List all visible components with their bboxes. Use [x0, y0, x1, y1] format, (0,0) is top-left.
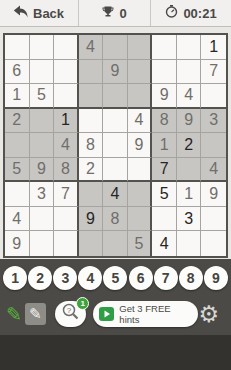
cell-r5c8[interactable]: 2 [177, 133, 202, 158]
cell-r2c1[interactable]: 6 [5, 60, 30, 85]
cell-r8c7[interactable] [152, 207, 177, 232]
cell-r4c4[interactable] [79, 109, 104, 134]
cell-r7c6[interactable] [128, 182, 153, 207]
numpad-button-1[interactable]: 1 [3, 266, 27, 290]
pen-tool-icon[interactable]: ✎ [6, 305, 22, 324]
cell-r3c5[interactable] [103, 84, 128, 109]
cell-r2c9[interactable]: 7 [201, 60, 226, 85]
cell-r6c1[interactable]: 5 [5, 158, 30, 183]
cell-r9c8[interactable] [177, 231, 202, 256]
sudoku-app: Back 0 00:21 416971594214893489125982743… [0, 0, 231, 370]
cell-r6c5[interactable] [103, 158, 128, 183]
cell-r2c2[interactable] [30, 60, 55, 85]
cell-r7c5[interactable]: 4 [103, 182, 128, 207]
cell-r5c5[interactable] [103, 133, 128, 158]
cell-r6c8[interactable] [177, 158, 202, 183]
cell-r1c5[interactable] [103, 35, 128, 60]
cell-r8c6[interactable] [128, 207, 153, 232]
magnifier-button[interactable]: ? 1 [55, 301, 86, 327]
sudoku-board: 416971594214893489125982743745194983954 [3, 33, 228, 258]
cell-r4c3[interactable]: 1 [54, 109, 79, 134]
cell-r3c1[interactable]: 1 [5, 84, 30, 109]
cell-r6c7[interactable]: 7 [152, 158, 177, 183]
cell-r4c8[interactable]: 9 [177, 109, 202, 134]
cell-r3c9[interactable] [201, 84, 226, 109]
cell-r5c2[interactable] [30, 133, 55, 158]
cell-r9c2[interactable] [30, 231, 55, 256]
cell-r5c1[interactable] [5, 133, 30, 158]
pencil-icon: ✎ [29, 307, 42, 322]
cell-r6c6[interactable] [128, 158, 153, 183]
cell-r8c4[interactable]: 9 [79, 207, 104, 232]
cell-r9c3[interactable] [54, 231, 79, 256]
cell-r7c1[interactable] [5, 182, 30, 207]
cell-r1c4[interactable]: 4 [79, 35, 104, 60]
cell-r6c2[interactable]: 9 [30, 158, 55, 183]
cell-r8c1[interactable]: 4 [5, 207, 30, 232]
numpad-button-5[interactable]: 5 [103, 266, 127, 290]
cell-r3c8[interactable]: 4 [177, 84, 202, 109]
numpad-button-4[interactable]: 4 [78, 266, 102, 290]
numpad-button-2[interactable]: 2 [28, 266, 52, 290]
cell-r9c5[interactable] [103, 231, 128, 256]
numpad-button-9[interactable]: 9 [204, 266, 228, 290]
cell-r7c8[interactable]: 1 [177, 182, 202, 207]
cell-r9c7[interactable]: 4 [152, 231, 177, 256]
cell-r5c6[interactable]: 9 [128, 133, 153, 158]
get-hints-button[interactable]: Get 3 FREE hints [93, 301, 198, 327]
cell-r4c2[interactable] [30, 109, 55, 134]
cell-r2c4[interactable] [79, 60, 104, 85]
cell-r6c4[interactable]: 2 [79, 158, 104, 183]
cell-r2c3[interactable] [54, 60, 79, 85]
cell-r9c9[interactable] [201, 231, 226, 256]
cell-r1c1[interactable] [5, 35, 30, 60]
cell-r4c6[interactable]: 4 [128, 109, 153, 134]
cell-r2c7[interactable] [152, 60, 177, 85]
control-panel: 123456789 ✎ ✎ ? 1 Get 3 FREE hints ⚙ [0, 259, 231, 370]
cell-r3c2[interactable]: 5 [30, 84, 55, 109]
cell-r1c9[interactable]: 1 [201, 35, 226, 60]
hint-badge: 1 [76, 297, 89, 310]
cell-r3c6[interactable] [128, 84, 153, 109]
hints-label: Get 3 FREE hints [119, 303, 189, 325]
back-button[interactable]: Back [0, 0, 78, 26]
timer-value: 00:21 [183, 6, 216, 21]
back-label: Back [33, 6, 64, 21]
cell-r1c8[interactable] [177, 35, 202, 60]
tools-row: ✎ ✎ ? 1 Get 3 FREE hints ⚙ [0, 299, 231, 329]
cell-r3c4[interactable] [79, 84, 104, 109]
trophy-score: 0 [78, 0, 150, 26]
cell-r3c3[interactable] [54, 84, 79, 109]
cell-r8c8[interactable]: 3 [177, 207, 202, 232]
cell-r4c7[interactable]: 8 [152, 109, 177, 134]
cell-r8c9[interactable] [201, 207, 226, 232]
cell-r7c3[interactable]: 7 [54, 182, 79, 207]
cell-r2c8[interactable] [177, 60, 202, 85]
cell-r5c3[interactable]: 4 [54, 133, 79, 158]
cell-r1c6[interactable] [128, 35, 153, 60]
cell-r5c4[interactable]: 8 [79, 133, 104, 158]
svg-text:?: ? [66, 306, 71, 315]
back-arrow-icon [13, 5, 28, 21]
cell-r2c6[interactable] [128, 60, 153, 85]
cell-r8c5[interactable]: 8 [103, 207, 128, 232]
number-pad: 123456789 [2, 266, 229, 290]
cell-r7c2[interactable]: 3 [30, 182, 55, 207]
cell-r4c9[interactable]: 3 [201, 109, 226, 134]
cell-r5c7[interactable]: 1 [152, 133, 177, 158]
cell-r7c4[interactable] [79, 182, 104, 207]
cell-r6c9[interactable]: 4 [201, 158, 226, 183]
numpad-button-3[interactable]: 3 [53, 266, 77, 290]
cell-r1c7[interactable] [152, 35, 177, 60]
ad-background [0, 335, 231, 370]
cell-r7c7[interactable]: 5 [152, 182, 177, 207]
cell-r4c1[interactable]: 2 [5, 109, 30, 134]
cell-r9c4[interactable] [79, 231, 104, 256]
cell-r6c3[interactable]: 8 [54, 158, 79, 183]
numpad-button-7[interactable]: 7 [154, 266, 178, 290]
cell-r7c9[interactable]: 9 [201, 182, 226, 207]
cell-r3c7[interactable]: 9 [152, 84, 177, 109]
cell-r8c3[interactable] [54, 207, 79, 232]
cell-r9c6[interactable]: 5 [128, 231, 153, 256]
numpad-button-8[interactable]: 8 [179, 266, 203, 290]
cell-r8c2[interactable] [30, 207, 55, 232]
play-video-icon [99, 307, 114, 321]
cell-r5c9[interactable] [201, 133, 226, 158]
cell-r1c2[interactable] [30, 35, 55, 60]
settings-gear-icon[interactable]: ⚙ [198, 303, 219, 326]
topbar: Back 0 00:21 [0, 0, 231, 27]
cell-r2c5[interactable]: 9 [103, 60, 128, 85]
pencil-notes-tool[interactable]: ✎ [25, 303, 46, 325]
cell-r9c1[interactable]: 9 [5, 231, 30, 256]
cell-r1c3[interactable] [54, 35, 79, 60]
stopwatch-icon [165, 5, 178, 21]
timer: 00:21 [150, 0, 231, 26]
trophy-icon [102, 6, 114, 21]
numpad-button-6[interactable]: 6 [129, 266, 153, 290]
trophy-count: 0 [119, 6, 126, 21]
cell-r4c5[interactable] [103, 109, 128, 134]
